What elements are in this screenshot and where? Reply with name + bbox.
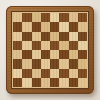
square-b3[interactable] xyxy=(22,59,31,68)
square-d3[interactable] xyxy=(41,59,50,68)
square-e2[interactable] xyxy=(50,69,59,78)
square-c1[interactable] xyxy=(32,78,41,87)
square-g5[interactable] xyxy=(69,41,78,50)
square-h1[interactable] xyxy=(78,78,87,87)
square-g2[interactable] xyxy=(69,69,78,78)
square-g6[interactable] xyxy=(69,32,78,41)
square-h6[interactable] xyxy=(78,32,87,41)
table-surface xyxy=(0,0,100,100)
square-f8[interactable] xyxy=(59,13,68,22)
square-e3[interactable] xyxy=(50,59,59,68)
square-e8[interactable] xyxy=(50,13,59,22)
square-c3[interactable] xyxy=(32,59,41,68)
square-b2[interactable] xyxy=(22,69,31,78)
square-d6[interactable] xyxy=(41,32,50,41)
square-e6[interactable] xyxy=(50,32,59,41)
square-f7[interactable] xyxy=(59,22,68,31)
square-b4[interactable] xyxy=(22,50,31,59)
square-c4[interactable] xyxy=(32,50,41,59)
square-f3[interactable] xyxy=(59,59,68,68)
square-d4[interactable] xyxy=(41,50,50,59)
square-a2[interactable] xyxy=(13,69,22,78)
square-a1[interactable] xyxy=(13,78,22,87)
square-d5[interactable] xyxy=(41,41,50,50)
square-b8[interactable] xyxy=(22,13,31,22)
board-grid xyxy=(13,13,87,87)
board-frame xyxy=(6,6,94,94)
square-a6[interactable] xyxy=(13,32,22,41)
square-c2[interactable] xyxy=(32,69,41,78)
square-g3[interactable] xyxy=(69,59,78,68)
square-h4[interactable] xyxy=(78,50,87,59)
square-b6[interactable] xyxy=(22,32,31,41)
square-c8[interactable] xyxy=(32,13,41,22)
square-b5[interactable] xyxy=(22,41,31,50)
square-h3[interactable] xyxy=(78,59,87,68)
square-a4[interactable] xyxy=(13,50,22,59)
square-g7[interactable] xyxy=(69,22,78,31)
square-g1[interactable] xyxy=(69,78,78,87)
square-f5[interactable] xyxy=(59,41,68,50)
square-a8[interactable] xyxy=(13,13,22,22)
square-f4[interactable] xyxy=(59,50,68,59)
square-h7[interactable] xyxy=(78,22,87,31)
square-e4[interactable] xyxy=(50,50,59,59)
square-d1[interactable] xyxy=(41,78,50,87)
square-g8[interactable] xyxy=(69,13,78,22)
square-c7[interactable] xyxy=(32,22,41,31)
square-h2[interactable] xyxy=(78,69,87,78)
square-d2[interactable] xyxy=(41,69,50,78)
square-e7[interactable] xyxy=(50,22,59,31)
square-a5[interactable] xyxy=(13,41,22,50)
square-f6[interactable] xyxy=(59,32,68,41)
square-c5[interactable] xyxy=(32,41,41,50)
square-e1[interactable] xyxy=(50,78,59,87)
square-a7[interactable] xyxy=(13,22,22,31)
square-c6[interactable] xyxy=(32,32,41,41)
square-a3[interactable] xyxy=(13,59,22,68)
square-d7[interactable] xyxy=(41,22,50,31)
square-f2[interactable] xyxy=(59,69,68,78)
square-b7[interactable] xyxy=(22,22,31,31)
square-d8[interactable] xyxy=(41,13,50,22)
square-b1[interactable] xyxy=(22,78,31,87)
square-f1[interactable] xyxy=(59,78,68,87)
square-e5[interactable] xyxy=(50,41,59,50)
square-h5[interactable] xyxy=(78,41,87,50)
square-g4[interactable] xyxy=(69,50,78,59)
square-h8[interactable] xyxy=(78,13,87,22)
